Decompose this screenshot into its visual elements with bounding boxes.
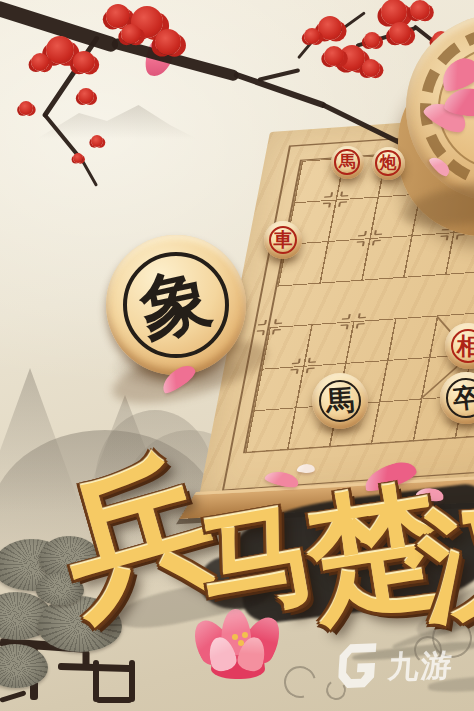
g-mark-icon [337,641,383,691]
title-calligraphy: 兵马楚汉 [0,0,474,711]
xiangqi-promo-scene: 馬炮車馬相卒象 兵马楚汉 九游 [0,0,474,711]
watermark-logo: 九游 [337,634,474,699]
logo-text: 九游 [387,644,456,688]
